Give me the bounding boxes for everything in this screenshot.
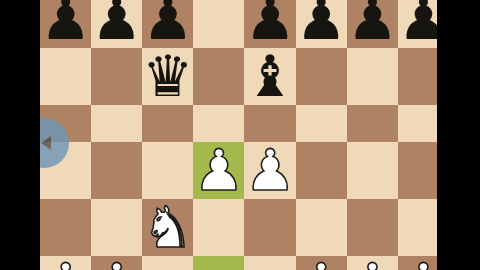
letterbox-right <box>437 0 480 270</box>
chess-board: 8♟♟♟♟♟♟♟7♛♝65♟♟4♞3♟♟♟♟♟21 <box>40 0 437 270</box>
piece-black-pawn[interactable]: ♟ <box>91 0 142 48</box>
square-g7[interactable]: ♟ <box>347 0 398 48</box>
square-f4[interactable] <box>296 142 347 199</box>
square-c2[interactable] <box>142 256 193 270</box>
square-b4[interactable] <box>91 142 142 199</box>
square-g3[interactable] <box>347 199 398 256</box>
square-f3[interactable] <box>296 199 347 256</box>
square-b6[interactable] <box>91 48 142 105</box>
square-g2[interactable]: ♟ <box>347 256 398 270</box>
square-b7[interactable]: ♟ <box>91 0 142 48</box>
piece-black-queen[interactable]: ♛ <box>142 48 193 105</box>
square-a7[interactable]: ♟ <box>40 0 91 48</box>
square-e3[interactable] <box>244 199 295 256</box>
piece-white-pawn[interactable]: ♟ <box>91 256 142 270</box>
square-d7[interactable] <box>193 0 244 48</box>
square-a6[interactable] <box>40 48 91 105</box>
piece-white-pawn[interactable]: ♟ <box>296 256 347 270</box>
piece-white-knight[interactable]: ♞ <box>142 199 193 256</box>
square-d3[interactable] <box>193 199 244 256</box>
square-e7[interactable]: ♟ <box>244 0 295 48</box>
square-c7[interactable]: ♟ <box>142 0 193 48</box>
piece-white-pawn[interactable]: ♟ <box>40 256 91 270</box>
square-c6[interactable]: ♛ <box>142 48 193 105</box>
square-f7[interactable]: ♟ <box>296 0 347 48</box>
square-b2[interactable]: ♟ <box>91 256 142 270</box>
square-e4[interactable]: ♟ <box>244 142 295 199</box>
piece-black-bishop[interactable]: ♝ <box>244 48 295 105</box>
square-g6[interactable] <box>347 48 398 105</box>
square-a3[interactable] <box>40 199 91 256</box>
square-d4[interactable]: ♟ <box>193 142 244 199</box>
piece-white-pawn[interactable]: ♟ <box>347 256 398 270</box>
square-b3[interactable] <box>91 199 142 256</box>
square-b5[interactable] <box>91 105 142 142</box>
piece-black-pawn[interactable]: ♟ <box>244 0 295 48</box>
piece-black-pawn[interactable]: ♟ <box>40 0 91 48</box>
square-f5[interactable] <box>296 105 347 142</box>
letterbox-left <box>0 0 40 270</box>
square-c5[interactable] <box>142 105 193 142</box>
piece-white-pawn[interactable]: ♟ <box>244 142 295 199</box>
square-c3[interactable]: ♞ <box>142 199 193 256</box>
piece-black-pawn[interactable]: ♟ <box>347 0 398 48</box>
square-g4[interactable] <box>347 142 398 199</box>
piece-black-pawn[interactable]: ♟ <box>142 0 193 48</box>
skip-previous-triangle <box>41 136 51 150</box>
square-f6[interactable] <box>296 48 347 105</box>
square-e6[interactable]: ♝ <box>244 48 295 105</box>
square-c4[interactable] <box>142 142 193 199</box>
piece-black-pawn[interactable]: ♟ <box>296 0 347 48</box>
square-g5[interactable] <box>347 105 398 142</box>
square-a2[interactable]: ♟ <box>40 256 91 270</box>
square-d2[interactable] <box>193 256 244 270</box>
square-f2[interactable]: ♟ <box>296 256 347 270</box>
square-e2[interactable] <box>244 256 295 270</box>
square-d6[interactable] <box>193 48 244 105</box>
piece-white-pawn[interactable]: ♟ <box>193 142 244 199</box>
